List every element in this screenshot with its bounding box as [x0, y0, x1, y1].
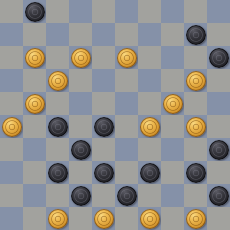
board-square-r6c6[interactable] — [138, 138, 161, 161]
board-square-r0c6[interactable] — [138, 0, 161, 23]
dark-man-piece[interactable] — [94, 163, 114, 183]
board-square-r6c5[interactable] — [115, 138, 138, 161]
board-square-r2c9[interactable] — [207, 46, 230, 69]
gold-man-piece[interactable] — [117, 48, 137, 68]
board-square-r7c8[interactable] — [184, 161, 207, 184]
dark-man-piece[interactable] — [71, 140, 91, 160]
board-square-r1c1[interactable] — [23, 23, 46, 46]
board-square-r4c6[interactable] — [138, 92, 161, 115]
board-square-r5c3[interactable] — [69, 115, 92, 138]
board-square-r4c3[interactable] — [69, 92, 92, 115]
board-square-r6c1[interactable] — [23, 138, 46, 161]
board-square-r7c3[interactable] — [69, 161, 92, 184]
dark-man-piece[interactable] — [186, 163, 206, 183]
board-square-r0c0[interactable] — [0, 0, 23, 23]
board-square-r7c7[interactable] — [161, 161, 184, 184]
board-square-r9c9[interactable] — [207, 207, 230, 230]
board-square-r4c7[interactable] — [161, 92, 184, 115]
gold-man-piece[interactable] — [25, 48, 45, 68]
board-square-r0c2[interactable] — [46, 0, 69, 23]
board-square-r0c4[interactable] — [92, 0, 115, 23]
board-square-r4c9[interactable] — [207, 92, 230, 115]
gold-man-piece[interactable] — [163, 94, 183, 114]
gold-man-piece[interactable] — [186, 117, 206, 137]
board-square-r6c4[interactable] — [92, 138, 115, 161]
board-square-r6c0[interactable] — [0, 138, 23, 161]
board-square-r5c7[interactable] — [161, 115, 184, 138]
board-square-r3c2[interactable] — [46, 69, 69, 92]
board-square-r1c4[interactable] — [92, 23, 115, 46]
gold-man-piece[interactable] — [48, 209, 68, 229]
board-square-r9c3[interactable] — [69, 207, 92, 230]
board-square-r8c5[interactable] — [115, 184, 138, 207]
board-square-r7c6[interactable] — [138, 161, 161, 184]
board-square-r3c1[interactable] — [23, 69, 46, 92]
board-square-r8c0[interactable] — [0, 184, 23, 207]
dark-man-piece[interactable] — [209, 48, 229, 68]
board-square-r9c7[interactable] — [161, 207, 184, 230]
board-square-r9c4[interactable] — [92, 207, 115, 230]
board-square-r2c0[interactable] — [0, 46, 23, 69]
dark-man-piece[interactable] — [48, 163, 68, 183]
board-square-r8c6[interactable] — [138, 184, 161, 207]
board-square-r2c7[interactable] — [161, 46, 184, 69]
draughts-board — [0, 0, 230, 230]
board-square-r3c5[interactable] — [115, 69, 138, 92]
board-square-r8c4[interactable] — [92, 184, 115, 207]
board-square-r7c5[interactable] — [115, 161, 138, 184]
dark-man-piece[interactable] — [186, 25, 206, 45]
board-square-r2c8[interactable] — [184, 46, 207, 69]
board-square-r5c9[interactable] — [207, 115, 230, 138]
board-square-r2c3[interactable] — [69, 46, 92, 69]
board-square-r3c6[interactable] — [138, 69, 161, 92]
gold-man-piece[interactable] — [186, 209, 206, 229]
board-square-r5c8[interactable] — [184, 115, 207, 138]
board-square-r8c3[interactable] — [69, 184, 92, 207]
gold-man-piece[interactable] — [94, 209, 114, 229]
dark-man-piece[interactable] — [71, 186, 91, 206]
board-square-r4c1[interactable] — [23, 92, 46, 115]
gold-man-piece[interactable] — [2, 117, 22, 137]
board-square-r8c8[interactable] — [184, 184, 207, 207]
board-square-r7c2[interactable] — [46, 161, 69, 184]
board-square-r3c3[interactable] — [69, 69, 92, 92]
board-square-r1c8[interactable] — [184, 23, 207, 46]
board-square-r0c7[interactable] — [161, 0, 184, 23]
board-square-r3c8[interactable] — [184, 69, 207, 92]
dark-man-piece[interactable] — [117, 186, 137, 206]
board-square-r4c2[interactable] — [46, 92, 69, 115]
board-square-r8c7[interactable] — [161, 184, 184, 207]
board-square-r8c2[interactable] — [46, 184, 69, 207]
board-square-r6c7[interactable] — [161, 138, 184, 161]
board-square-r4c0[interactable] — [0, 92, 23, 115]
board-square-r1c3[interactable] — [69, 23, 92, 46]
board-square-r9c1[interactable] — [23, 207, 46, 230]
gold-man-piece[interactable] — [140, 209, 160, 229]
board-square-r2c5[interactable] — [115, 46, 138, 69]
board-square-r9c8[interactable] — [184, 207, 207, 230]
gold-man-piece[interactable] — [186, 71, 206, 91]
dark-man-piece[interactable] — [140, 163, 160, 183]
board-square-r3c9[interactable] — [207, 69, 230, 92]
board-square-r2c2[interactable] — [46, 46, 69, 69]
board-square-r0c3[interactable] — [69, 0, 92, 23]
board-square-r3c7[interactable] — [161, 69, 184, 92]
board-square-r8c1[interactable] — [23, 184, 46, 207]
board-square-r6c8[interactable] — [184, 138, 207, 161]
gold-man-piece[interactable] — [140, 117, 160, 137]
board-square-r5c2[interactable] — [46, 115, 69, 138]
board-square-r4c4[interactable] — [92, 92, 115, 115]
board-square-r9c6[interactable] — [138, 207, 161, 230]
dark-man-piece[interactable] — [25, 2, 45, 22]
board-square-r7c0[interactable] — [0, 161, 23, 184]
board-square-r5c5[interactable] — [115, 115, 138, 138]
board-square-r0c8[interactable] — [184, 0, 207, 23]
board-square-r1c9[interactable] — [207, 23, 230, 46]
gold-man-piece[interactable] — [48, 71, 68, 91]
board-square-r9c5[interactable] — [115, 207, 138, 230]
board-square-r2c1[interactable] — [23, 46, 46, 69]
gold-man-piece[interactable] — [25, 94, 45, 114]
board-square-r9c2[interactable] — [46, 207, 69, 230]
dark-man-piece[interactable] — [48, 117, 68, 137]
board-square-r6c9[interactable] — [207, 138, 230, 161]
board-square-r3c0[interactable] — [0, 69, 23, 92]
dark-man-piece[interactable] — [94, 117, 114, 137]
board-square-r5c0[interactable] — [0, 115, 23, 138]
board-square-r5c6[interactable] — [138, 115, 161, 138]
board-square-r5c4[interactable] — [92, 115, 115, 138]
board-square-r1c7[interactable] — [161, 23, 184, 46]
board-square-r1c5[interactable] — [115, 23, 138, 46]
board-square-r8c9[interactable] — [207, 184, 230, 207]
board-square-r4c8[interactable] — [184, 92, 207, 115]
board-square-r1c2[interactable] — [46, 23, 69, 46]
board-square-r7c4[interactable] — [92, 161, 115, 184]
board-square-r6c2[interactable] — [46, 138, 69, 161]
board-square-r2c4[interactable] — [92, 46, 115, 69]
board-square-r3c4[interactable] — [92, 69, 115, 92]
board-square-r4c5[interactable] — [115, 92, 138, 115]
board-square-r5c1[interactable] — [23, 115, 46, 138]
gold-man-piece[interactable] — [71, 48, 91, 68]
board-square-r9c0[interactable] — [0, 207, 23, 230]
board-square-r0c1[interactable] — [23, 0, 46, 23]
board-square-r0c9[interactable] — [207, 0, 230, 23]
board-square-r1c0[interactable] — [0, 23, 23, 46]
board-square-r7c1[interactable] — [23, 161, 46, 184]
dark-man-piece[interactable] — [209, 140, 229, 160]
board-square-r2c6[interactable] — [138, 46, 161, 69]
board-square-r1c6[interactable] — [138, 23, 161, 46]
board-square-r0c5[interactable] — [115, 0, 138, 23]
board-square-r6c3[interactable] — [69, 138, 92, 161]
board-square-r7c9[interactable] — [207, 161, 230, 184]
dark-man-piece[interactable] — [209, 186, 229, 206]
